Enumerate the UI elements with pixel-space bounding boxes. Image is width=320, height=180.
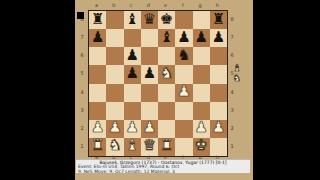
piece-black-rook-a8: ♜ bbox=[91, 12, 104, 27]
file-label-a: a bbox=[88, 2, 105, 8]
file-label-g: g bbox=[192, 2, 209, 8]
square-b6 bbox=[106, 47, 123, 65]
square-c5: ♟ bbox=[124, 65, 141, 83]
square-d2: ♟ bbox=[141, 120, 158, 138]
piece-white-rook-a1: ♜ bbox=[91, 138, 104, 153]
square-f7: ♟ bbox=[175, 29, 192, 47]
rank-label-6: 6 bbox=[228, 46, 236, 64]
piece-white-pawn-g2: ♟ bbox=[194, 120, 207, 135]
square-f4: ♟ bbox=[175, 84, 192, 102]
square-f2 bbox=[175, 120, 192, 138]
rank-label-3: 3 bbox=[78, 101, 86, 119]
piece-white-pawn-a2: ♟ bbox=[91, 120, 104, 135]
piece-black-knight-f6: ♞ bbox=[177, 48, 190, 63]
square-e8: ♚ bbox=[158, 11, 175, 29]
square-b3 bbox=[106, 102, 123, 120]
piece-black-pawn-f7: ♟ bbox=[177, 30, 190, 45]
square-f8 bbox=[175, 11, 192, 29]
piece-black-pawn-a7: ♟ bbox=[91, 30, 104, 45]
square-d8: ♛ bbox=[141, 11, 158, 29]
square-e3 bbox=[158, 102, 175, 120]
square-f6: ♞ bbox=[175, 47, 192, 65]
square-a3 bbox=[89, 102, 106, 120]
captured-knight-icon: ♞ bbox=[233, 74, 241, 83]
square-h7: ♟ bbox=[210, 29, 227, 47]
rank-label-6: 6 bbox=[78, 46, 86, 64]
square-a5 bbox=[89, 65, 106, 83]
square-f5 bbox=[175, 65, 192, 83]
square-e5: ♞ bbox=[158, 65, 175, 83]
piece-white-pawn-c2: ♟ bbox=[125, 120, 138, 135]
square-d7 bbox=[141, 29, 158, 47]
file-label-e: e bbox=[157, 2, 174, 8]
piece-white-pawn-b2: ♟ bbox=[108, 120, 121, 135]
piece-white-king-g1: ♚ bbox=[194, 138, 207, 153]
rank-label-4: 4 bbox=[228, 83, 236, 101]
square-c8: ♝ bbox=[124, 11, 141, 29]
square-e4 bbox=[158, 84, 175, 102]
square-h3 bbox=[210, 102, 227, 120]
square-b4 bbox=[106, 84, 123, 102]
square-g4 bbox=[193, 84, 210, 102]
piece-white-rook-e1: ♜ bbox=[160, 138, 173, 153]
piece-black-pawn-g7: ♟ bbox=[194, 30, 207, 45]
rank-label-1: 1 bbox=[78, 137, 86, 155]
black-to-move-indicator bbox=[77, 12, 84, 19]
square-h4 bbox=[210, 84, 227, 102]
rank-labels-left: 87654321 bbox=[78, 10, 86, 155]
square-b5 bbox=[106, 65, 123, 83]
square-a7: ♟ bbox=[89, 29, 106, 47]
square-f3 bbox=[175, 102, 192, 120]
file-label-d: d bbox=[140, 2, 157, 8]
rank-label-2: 2 bbox=[228, 119, 236, 137]
captured-pieces-tray: ♝♞ bbox=[230, 64, 244, 83]
square-b7 bbox=[106, 29, 123, 47]
square-a8: ♜ bbox=[89, 11, 106, 29]
square-h2: ♟ bbox=[210, 120, 227, 138]
square-g3 bbox=[193, 102, 210, 120]
square-d3 bbox=[141, 102, 158, 120]
square-d4 bbox=[141, 84, 158, 102]
rank-label-7: 7 bbox=[228, 28, 236, 46]
square-a6 bbox=[89, 47, 106, 65]
move-and-material-info: 9. Ne5 Move: 9. Qc7 Length: 12 Material:… bbox=[78, 170, 248, 173]
piece-white-queen-d1: ♛ bbox=[143, 138, 156, 153]
file-label-f: f bbox=[174, 2, 191, 8]
game-info-bar: Bajusek, Grzegorz (1737) - Oostanov, Yug… bbox=[76, 159, 250, 173]
rank-label-3: 3 bbox=[228, 101, 236, 119]
piece-white-pawn-h2: ♟ bbox=[212, 120, 225, 135]
piece-black-king-e8: ♚ bbox=[160, 12, 173, 27]
square-d5: ♟ bbox=[141, 65, 158, 83]
file-label-h: h bbox=[209, 2, 226, 8]
square-g7: ♟ bbox=[193, 29, 210, 47]
piece-black-pawn-c6: ♟ bbox=[125, 48, 138, 63]
square-g2: ♟ bbox=[193, 120, 210, 138]
square-h5 bbox=[210, 65, 227, 83]
square-g6 bbox=[193, 47, 210, 65]
square-c2: ♟ bbox=[124, 120, 141, 138]
rank-label-5: 5 bbox=[78, 64, 86, 82]
piece-black-pawn-h7: ♟ bbox=[212, 30, 225, 45]
piece-white-knight-b1: ♞ bbox=[108, 138, 121, 153]
square-c3 bbox=[124, 102, 141, 120]
square-e2 bbox=[158, 120, 175, 138]
square-g8 bbox=[193, 11, 210, 29]
rank-label-1: 1 bbox=[228, 137, 236, 155]
rank-label-8: 8 bbox=[228, 10, 236, 28]
piece-black-pawn-c5: ♟ bbox=[125, 66, 138, 81]
square-d6 bbox=[141, 47, 158, 65]
square-b8 bbox=[106, 11, 123, 29]
video-frame: abcdefgh 87654321 ♜♝♛♚♜♟♝♟♟♟♟♞♟♟♞♟♟♟♟♟♟♟… bbox=[0, 0, 320, 180]
piece-black-queen-d8: ♛ bbox=[143, 12, 156, 27]
rank-label-4: 4 bbox=[78, 83, 86, 101]
square-g5 bbox=[193, 65, 210, 83]
square-h8: ♜ bbox=[210, 11, 227, 29]
square-h6 bbox=[210, 47, 227, 65]
square-e7: ♝ bbox=[158, 29, 175, 47]
captured-bishop-icon: ♝ bbox=[233, 64, 241, 73]
piece-white-pawn-f4: ♟ bbox=[177, 84, 190, 99]
file-label-b: b bbox=[105, 2, 122, 8]
file-label-c: c bbox=[123, 2, 140, 8]
chess-board: ♜♝♛♚♜♟♝♟♟♟♟♞♟♟♞♟♟♟♟♟♟♟♜♞♝♛♜♚ bbox=[88, 10, 228, 157]
piece-black-rook-h8: ♜ bbox=[212, 12, 225, 27]
square-a4 bbox=[89, 84, 106, 102]
piece-white-knight-e5: ♞ bbox=[160, 66, 173, 81]
square-e6 bbox=[158, 47, 175, 65]
square-c6: ♟ bbox=[124, 47, 141, 65]
rank-label-7: 7 bbox=[78, 28, 86, 46]
piece-black-bishop-e7: ♝ bbox=[160, 30, 173, 45]
piece-black-pawn-d5: ♟ bbox=[143, 66, 156, 81]
piece-white-pawn-d2: ♟ bbox=[143, 120, 156, 135]
piece-white-bishop-c1: ♝ bbox=[125, 138, 138, 153]
chess-app-frame: abcdefgh 87654321 ♜♝♛♚♜♟♝♟♟♟♟♞♟♟♞♟♟♟♟♟♟♟… bbox=[75, 0, 253, 180]
square-c7 bbox=[124, 29, 141, 47]
rank-label-2: 2 bbox=[78, 119, 86, 137]
file-labels-top: abcdefgh bbox=[88, 2, 226, 8]
square-c4 bbox=[124, 84, 141, 102]
square-a2: ♟ bbox=[89, 120, 106, 138]
piece-black-bishop-c8: ♝ bbox=[125, 12, 138, 27]
square-b2: ♟ bbox=[106, 120, 123, 138]
